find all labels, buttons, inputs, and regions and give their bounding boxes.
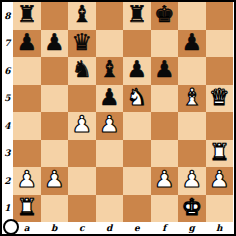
square-c4[interactable]: ♟	[68, 112, 96, 140]
piece-black-bishop[interactable]: ♝	[99, 57, 120, 83]
square-d7[interactable]	[96, 30, 124, 58]
square-g2[interactable]: ♟	[178, 167, 206, 195]
square-f1[interactable]	[151, 195, 179, 223]
square-e2[interactable]	[123, 167, 151, 195]
square-h3[interactable]: ♜	[206, 140, 234, 168]
square-d1[interactable]	[96, 195, 124, 223]
piece-white-pawn[interactable]: ♟	[99, 112, 120, 138]
square-g1[interactable]: ♚	[178, 195, 206, 223]
piece-black-pawn[interactable]: ♟	[16, 30, 37, 56]
square-h4[interactable]	[206, 112, 234, 140]
chess-diagram: 87654321 ♜♝♜♚♟♟♛♟♞♝♟♟♟♞♝♛♟♟♜♟♟♟♟♟♜♚ abcd…	[0, 0, 236, 236]
piece-black-pawn[interactable]: ♟	[44, 30, 65, 56]
square-e6[interactable]: ♟	[123, 57, 151, 85]
square-g8[interactable]	[178, 2, 206, 30]
piece-black-pawn[interactable]: ♟	[126, 57, 147, 83]
rank-labels: 87654321	[2, 2, 13, 222]
piece-black-rook[interactable]: ♜	[126, 2, 147, 28]
square-h2[interactable]: ♟	[206, 167, 234, 195]
piece-white-queen[interactable]: ♛	[209, 85, 230, 111]
square-g7[interactable]: ♟	[178, 30, 206, 58]
square-a1[interactable]: ♜	[13, 195, 41, 223]
rank-label-8: 8	[2, 2, 13, 30]
square-f6[interactable]: ♟	[151, 57, 179, 85]
square-a2[interactable]: ♟	[13, 167, 41, 195]
piece-white-pawn[interactable]: ♟	[181, 167, 202, 193]
rank-label-4: 4	[2, 112, 13, 140]
board-margin: 87654321 ♜♝♜♚♟♟♛♟♞♝♟♟♟♞♝♛♟♟♜♟♟♟♟♟♜♚ abcd…	[2, 2, 234, 234]
square-d3[interactable]	[96, 140, 124, 168]
square-e8[interactable]: ♜	[123, 2, 151, 30]
file-label-d: d	[96, 222, 124, 234]
rank-label-3: 3	[2, 140, 13, 168]
file-label-h: h	[206, 222, 234, 234]
square-d6[interactable]: ♝	[96, 57, 124, 85]
piece-white-bishop[interactable]: ♝	[181, 85, 202, 111]
square-h6[interactable]	[206, 57, 234, 85]
square-f5[interactable]	[151, 85, 179, 113]
piece-black-knight[interactable]: ♞	[71, 57, 92, 83]
file-label-g: g	[178, 222, 206, 234]
square-a4[interactable]	[13, 112, 41, 140]
square-h7[interactable]	[206, 30, 234, 58]
square-b2[interactable]: ♟	[41, 167, 69, 195]
square-b1[interactable]	[41, 195, 69, 223]
piece-black-rook[interactable]: ♜	[16, 2, 37, 28]
square-f4[interactable]	[151, 112, 179, 140]
square-e3[interactable]	[123, 140, 151, 168]
rank-label-1: 1	[2, 195, 13, 223]
square-a3[interactable]	[13, 140, 41, 168]
square-c8[interactable]: ♝	[68, 2, 96, 30]
square-c2[interactable]	[68, 167, 96, 195]
square-f8[interactable]: ♚	[151, 2, 179, 30]
piece-white-pawn[interactable]: ♟	[16, 167, 37, 193]
square-f2[interactable]: ♟	[151, 167, 179, 195]
square-b7[interactable]: ♟	[41, 30, 69, 58]
square-f3[interactable]	[151, 140, 179, 168]
square-g6[interactable]	[178, 57, 206, 85]
piece-black-pawn[interactable]: ♟	[181, 30, 202, 56]
square-b4[interactable]	[41, 112, 69, 140]
square-b3[interactable]	[41, 140, 69, 168]
file-labels: abcdefgh	[13, 222, 233, 234]
file-label-a: a	[13, 222, 41, 234]
file-label-f: f	[151, 222, 179, 234]
square-a5[interactable]	[13, 85, 41, 113]
rank-label-7: 7	[2, 30, 13, 58]
piece-black-pawn[interactable]: ♟	[154, 57, 175, 83]
piece-white-rook[interactable]: ♜	[16, 195, 37, 221]
piece-white-rook[interactable]: ♜	[209, 140, 230, 166]
square-a8[interactable]: ♜	[13, 2, 41, 30]
square-b8[interactable]	[41, 2, 69, 30]
square-g5[interactable]: ♝	[178, 85, 206, 113]
piece-black-pawn[interactable]: ♟	[99, 85, 120, 111]
square-c1[interactable]	[68, 195, 96, 223]
square-d4[interactable]: ♟	[96, 112, 124, 140]
square-h1[interactable]	[206, 195, 234, 223]
chess-board[interactable]: ♜♝♜♚♟♟♛♟♞♝♟♟♟♞♝♛♟♟♜♟♟♟♟♟♜♚	[13, 2, 233, 222]
square-d8[interactable]	[96, 2, 124, 30]
file-label-e: e	[123, 222, 151, 234]
piece-white-pawn[interactable]: ♟	[71, 112, 92, 138]
square-a6[interactable]	[13, 57, 41, 85]
square-g3[interactable]	[178, 140, 206, 168]
rank-label-2: 2	[2, 167, 13, 195]
square-h8[interactable]	[206, 2, 234, 30]
rank-label-6: 6	[2, 57, 13, 85]
square-e7[interactable]	[123, 30, 151, 58]
square-c5[interactable]	[68, 85, 96, 113]
square-c7[interactable]: ♛	[68, 30, 96, 58]
square-c3[interactable]	[68, 140, 96, 168]
file-label-b: b	[41, 222, 69, 234]
bottom-strip: abcdefgh	[2, 222, 234, 234]
square-h5[interactable]: ♛	[206, 85, 234, 113]
piece-black-king[interactable]: ♚	[154, 2, 175, 28]
piece-black-bishop[interactable]: ♝	[71, 2, 92, 28]
square-f7[interactable]	[151, 30, 179, 58]
square-e5[interactable]: ♞	[123, 85, 151, 113]
piece-white-pawn[interactable]: ♟	[209, 167, 230, 193]
square-a7[interactable]: ♟	[13, 30, 41, 58]
square-g4[interactable]	[178, 112, 206, 140]
square-e1[interactable]	[123, 195, 151, 223]
square-c6[interactable]: ♞	[68, 57, 96, 85]
piece-white-pawn[interactable]: ♟	[154, 167, 175, 193]
piece-white-knight[interactable]: ♞	[126, 85, 147, 111]
square-d5[interactable]: ♟	[96, 85, 124, 113]
square-b5[interactable]	[41, 85, 69, 113]
square-e4[interactable]	[123, 112, 151, 140]
rank-label-5: 5	[2, 85, 13, 113]
square-d2[interactable]	[96, 167, 124, 195]
piece-white-king[interactable]: ♚	[181, 195, 202, 221]
file-label-c: c	[68, 222, 96, 234]
square-b6[interactable]	[41, 57, 69, 85]
piece-white-pawn[interactable]: ♟	[44, 167, 65, 193]
piece-black-queen[interactable]: ♛	[71, 30, 92, 56]
